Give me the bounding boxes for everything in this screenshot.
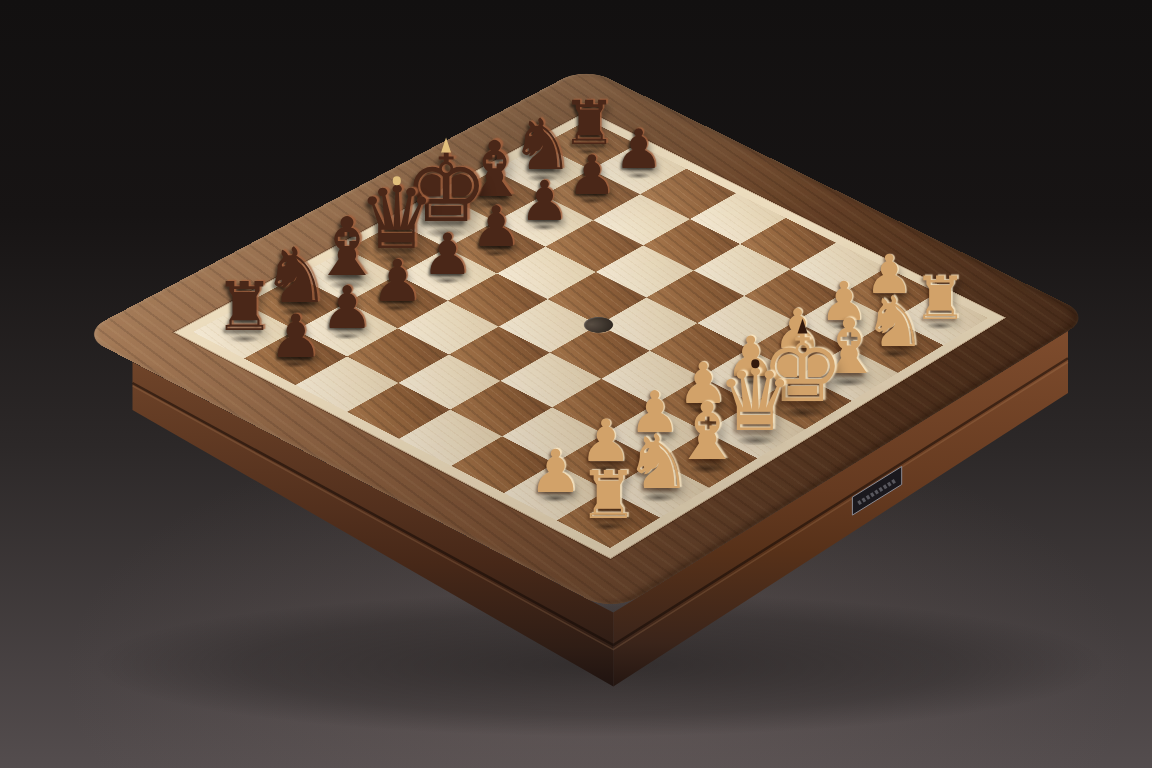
scene: ♜♞♝♛♚♝♞♜♟♟♟♟♟♟♟♟♟♟♟♟♟♟♟♟♜♞♝♛♚♝♞♜ bbox=[0, 0, 1152, 768]
